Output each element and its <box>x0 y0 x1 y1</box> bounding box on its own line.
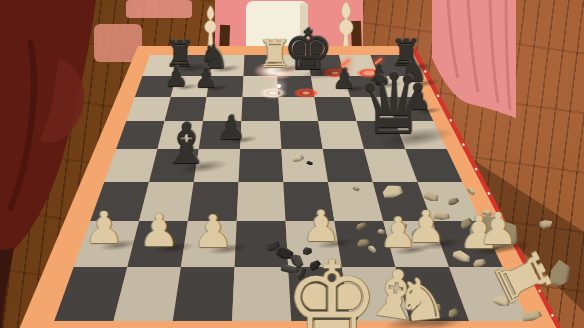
square-d2[interactable] <box>235 221 289 267</box>
square-d3[interactable] <box>237 182 286 221</box>
square-c5[interactable] <box>199 121 242 149</box>
square-c8[interactable] <box>210 55 245 76</box>
game-viewport: ♜♞♚♜♟♟♟♟♞♟♟♛♝♜♟♟♟♟♟♟♟♟♚♝♞♜ <box>0 0 584 328</box>
square-b8[interactable] <box>176 55 213 76</box>
square-c2[interactable] <box>181 221 237 267</box>
square-f8[interactable] <box>308 55 345 76</box>
square-e8[interactable] <box>276 55 311 76</box>
square-e5[interactable] <box>280 121 323 149</box>
square-f4[interactable] <box>323 149 373 182</box>
square-d5[interactable] <box>240 121 281 149</box>
square-c6[interactable] <box>203 97 243 121</box>
square-b7[interactable] <box>171 76 210 97</box>
square-e4[interactable] <box>281 149 328 182</box>
square-d1[interactable] <box>232 267 291 321</box>
square-e6[interactable] <box>278 97 318 121</box>
square-f6[interactable] <box>314 97 356 121</box>
square-f5[interactable] <box>318 121 364 149</box>
square-d4[interactable] <box>239 149 284 182</box>
square-f7[interactable] <box>311 76 350 97</box>
square-d8[interactable] <box>244 55 278 76</box>
square-b5[interactable] <box>157 121 203 149</box>
square-c4[interactable] <box>194 149 240 182</box>
square-b6[interactable] <box>165 97 207 121</box>
square-d7[interactable] <box>243 76 279 97</box>
square-b4[interactable] <box>149 149 199 182</box>
square-c7[interactable] <box>207 76 244 97</box>
square-e7[interactable] <box>277 76 314 97</box>
square-c1[interactable] <box>173 267 235 321</box>
square-e3[interactable] <box>283 182 334 221</box>
square-c3[interactable] <box>188 182 239 221</box>
square-d6[interactable] <box>241 97 279 121</box>
square-e1[interactable] <box>288 267 350 321</box>
chessboard[interactable] <box>0 0 584 328</box>
square-e2[interactable] <box>286 221 342 267</box>
